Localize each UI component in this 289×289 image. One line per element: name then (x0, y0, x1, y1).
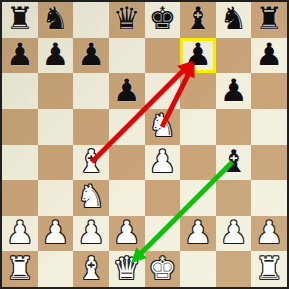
square-d4[interactable] (109, 145, 145, 181)
white-bishop-c4[interactable]: ♝ (77, 146, 105, 177)
square-d2[interactable]: ♟ (109, 216, 145, 252)
square-b5[interactable] (38, 109, 74, 145)
square-f2[interactable]: ♟ (180, 216, 216, 252)
square-b6[interactable] (38, 73, 74, 109)
white-rook-a1[interactable]: ♜ (6, 253, 34, 284)
square-c1[interactable]: ♝ (73, 251, 109, 287)
square-b1[interactable] (38, 251, 74, 287)
square-e7[interactable] (145, 38, 181, 74)
square-h4[interactable] (251, 145, 287, 181)
white-pawn-h2[interactable]: ♟ (255, 217, 283, 248)
white-knight-c3[interactable]: ♞ (77, 181, 105, 212)
square-d6[interactable]: ♟ (109, 73, 145, 109)
square-h5[interactable] (251, 109, 287, 145)
square-a2[interactable]: ♟ (2, 216, 38, 252)
white-pawn-f2[interactable]: ♟ (184, 217, 212, 248)
square-d7[interactable] (109, 38, 145, 74)
white-king-e1[interactable]: ♚ (148, 253, 176, 284)
white-queen-d1[interactable]: ♛ (113, 253, 141, 284)
square-h2[interactable]: ♟ (251, 216, 287, 252)
square-c6[interactable] (73, 73, 109, 109)
square-b2[interactable]: ♟ (38, 216, 74, 252)
square-g2[interactable]: ♟ (216, 216, 252, 252)
square-f7[interactable]: ♟ (180, 38, 216, 74)
square-d5[interactable] (109, 109, 145, 145)
square-c7[interactable]: ♟ (73, 38, 109, 74)
square-a6[interactable] (2, 73, 38, 109)
white-pawn-c2[interactable]: ♟ (77, 217, 105, 248)
black-rook-h8[interactable]: ♜ (255, 3, 283, 34)
board-squares: ♜♞♛♚♝♞♜♟♟♟♟♟♟♟♞♝♟♝♞♟♟♟♟♟♟♟♜♝♛♚♜ (2, 2, 287, 287)
chess-board: ♜♞♛♚♝♞♜♟♟♟♟♟♟♟♞♝♟♝♞♟♟♟♟♟♟♟♜♝♛♚♜ (0, 0, 289, 289)
black-pawn-a7[interactable]: ♟ (6, 39, 34, 70)
black-pawn-h7[interactable]: ♟ (255, 39, 283, 70)
square-d3[interactable] (109, 180, 145, 216)
square-g1[interactable] (216, 251, 252, 287)
square-h7[interactable]: ♟ (251, 38, 287, 74)
square-a8[interactable]: ♜ (2, 2, 38, 38)
black-bishop-g4[interactable]: ♝ (220, 146, 248, 177)
white-pawn-g2[interactable]: ♟ (220, 217, 248, 248)
black-bishop-f8[interactable]: ♝ (184, 3, 212, 34)
black-pawn-c7[interactable]: ♟ (77, 39, 105, 70)
square-d8[interactable]: ♛ (109, 2, 145, 38)
black-queen-d8[interactable]: ♛ (113, 3, 141, 34)
square-g7[interactable] (216, 38, 252, 74)
square-f8[interactable]: ♝ (180, 2, 216, 38)
black-rook-a8[interactable]: ♜ (6, 3, 34, 34)
square-g6[interactable]: ♟ (216, 73, 252, 109)
white-pawn-d2[interactable]: ♟ (113, 217, 141, 248)
square-f6[interactable] (180, 73, 216, 109)
square-e5[interactable]: ♞ (145, 109, 181, 145)
white-pawn-e4[interactable]: ♟ (148, 146, 176, 177)
square-a4[interactable] (2, 145, 38, 181)
square-e8[interactable]: ♚ (145, 2, 181, 38)
square-c3[interactable]: ♞ (73, 180, 109, 216)
square-e2[interactable] (145, 216, 181, 252)
white-knight-e5[interactable]: ♞ (148, 110, 176, 141)
square-a5[interactable] (2, 109, 38, 145)
white-rook-h1[interactable]: ♜ (255, 253, 283, 284)
black-king-e8[interactable]: ♚ (148, 3, 176, 34)
square-b8[interactable]: ♞ (38, 2, 74, 38)
square-b4[interactable] (38, 145, 74, 181)
square-c5[interactable] (73, 109, 109, 145)
square-e1[interactable]: ♚ (145, 251, 181, 287)
square-a1[interactable]: ♜ (2, 251, 38, 287)
square-d1[interactable]: ♛ (109, 251, 145, 287)
square-a3[interactable] (2, 180, 38, 216)
square-b7[interactable]: ♟ (38, 38, 74, 74)
black-pawn-b7[interactable]: ♟ (42, 39, 70, 70)
square-c4[interactable]: ♝ (73, 145, 109, 181)
square-h1[interactable]: ♜ (251, 251, 287, 287)
square-f4[interactable] (180, 145, 216, 181)
square-g3[interactable] (216, 180, 252, 216)
square-f5[interactable] (180, 109, 216, 145)
black-pawn-f7[interactable]: ♟ (184, 39, 212, 70)
square-f1[interactable] (180, 251, 216, 287)
square-h6[interactable] (251, 73, 287, 109)
white-pawn-b2[interactable]: ♟ (42, 217, 70, 248)
square-g5[interactable] (216, 109, 252, 145)
white-bishop-c1[interactable]: ♝ (77, 253, 105, 284)
square-g4[interactable]: ♝ (216, 145, 252, 181)
black-pawn-g6[interactable]: ♟ (220, 75, 248, 106)
square-h3[interactable] (251, 180, 287, 216)
black-knight-b8[interactable]: ♞ (42, 3, 70, 34)
square-e4[interactable]: ♟ (145, 145, 181, 181)
square-c8[interactable] (73, 2, 109, 38)
square-e6[interactable] (145, 73, 181, 109)
square-g8[interactable]: ♞ (216, 2, 252, 38)
square-f3[interactable] (180, 180, 216, 216)
square-b3[interactable] (38, 180, 74, 216)
white-pawn-a2[interactable]: ♟ (6, 217, 34, 248)
square-a7[interactable]: ♟ (2, 38, 38, 74)
black-knight-g8[interactable]: ♞ (220, 3, 248, 34)
black-pawn-d6[interactable]: ♟ (113, 75, 141, 106)
square-c2[interactable]: ♟ (73, 216, 109, 252)
square-h8[interactable]: ♜ (251, 2, 287, 38)
square-e3[interactable] (145, 180, 181, 216)
